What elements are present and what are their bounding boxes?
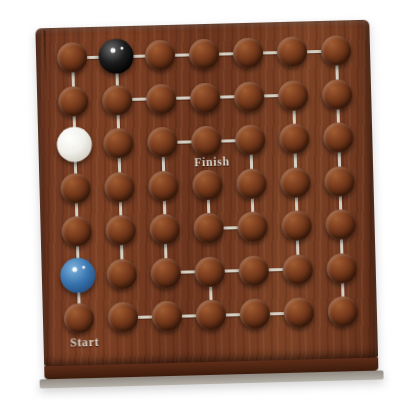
peg-r6c6 [282,254,313,285]
peg-r5c1 [61,216,92,247]
peg-r6c5 [238,255,269,286]
board-surface: Finish Start [35,20,378,367]
peg-r4c2 [104,171,135,202]
peg-r1c7 [321,35,352,66]
peg-r4c1 [60,173,91,204]
peg-r6c7 [326,253,357,284]
peg-r7c2 [108,302,139,333]
peg-r2c7 [322,79,353,110]
peg-r3c3 [147,127,178,158]
peg-r7c4 [196,300,227,331]
corner-seam [43,30,47,88]
peg-r7c7 [327,296,358,327]
peg-r1c1 [57,42,88,73]
peg-r3c4 [191,126,222,157]
peg-r5c6 [281,210,312,241]
peg-r3c5 [235,124,266,155]
peg-r6c4 [194,256,225,287]
game-board: Finish Start [35,20,378,389]
peg-r6c2 [106,258,137,289]
peg-r1c4 [189,39,220,70]
peg-r5c4 [193,213,224,244]
peg-r4c3 [148,170,179,201]
peg-r1c5 [233,37,264,68]
peg-r2c5 [234,81,265,112]
peg-r5c2 [105,215,136,246]
peg-r3c6 [279,123,310,154]
peg-r5c7 [325,209,356,240]
peg-r2c1 [58,86,89,117]
peg-r2c2 [102,84,133,115]
peg-r7c3 [152,301,183,332]
peg-r2c6 [278,80,309,111]
peg-r3c7 [323,122,354,153]
peg-r6c3 [150,257,181,288]
peg-r4c6 [280,167,311,198]
peg-r1c3 [145,40,176,71]
finish-label: Finish [194,154,230,170]
peg-r3c2 [103,128,134,159]
peg-r5c3 [149,214,180,245]
white-marble[interactable] [56,126,92,162]
peg-r4c7 [324,166,355,197]
peg-r2c3 [146,83,177,114]
start-label: Start [70,334,99,350]
black-marble[interactable] [98,38,134,74]
blue-marble[interactable] [60,257,96,293]
peg-r7c5 [240,298,271,329]
peg-r1c6 [277,36,308,67]
peg-r7c1 [64,303,95,334]
peg-r4c5 [236,168,267,199]
peg-r7c6 [283,297,314,328]
peg-r2c4 [190,82,221,113]
peg-r4c4 [192,169,223,200]
peg-r5c5 [237,211,268,242]
